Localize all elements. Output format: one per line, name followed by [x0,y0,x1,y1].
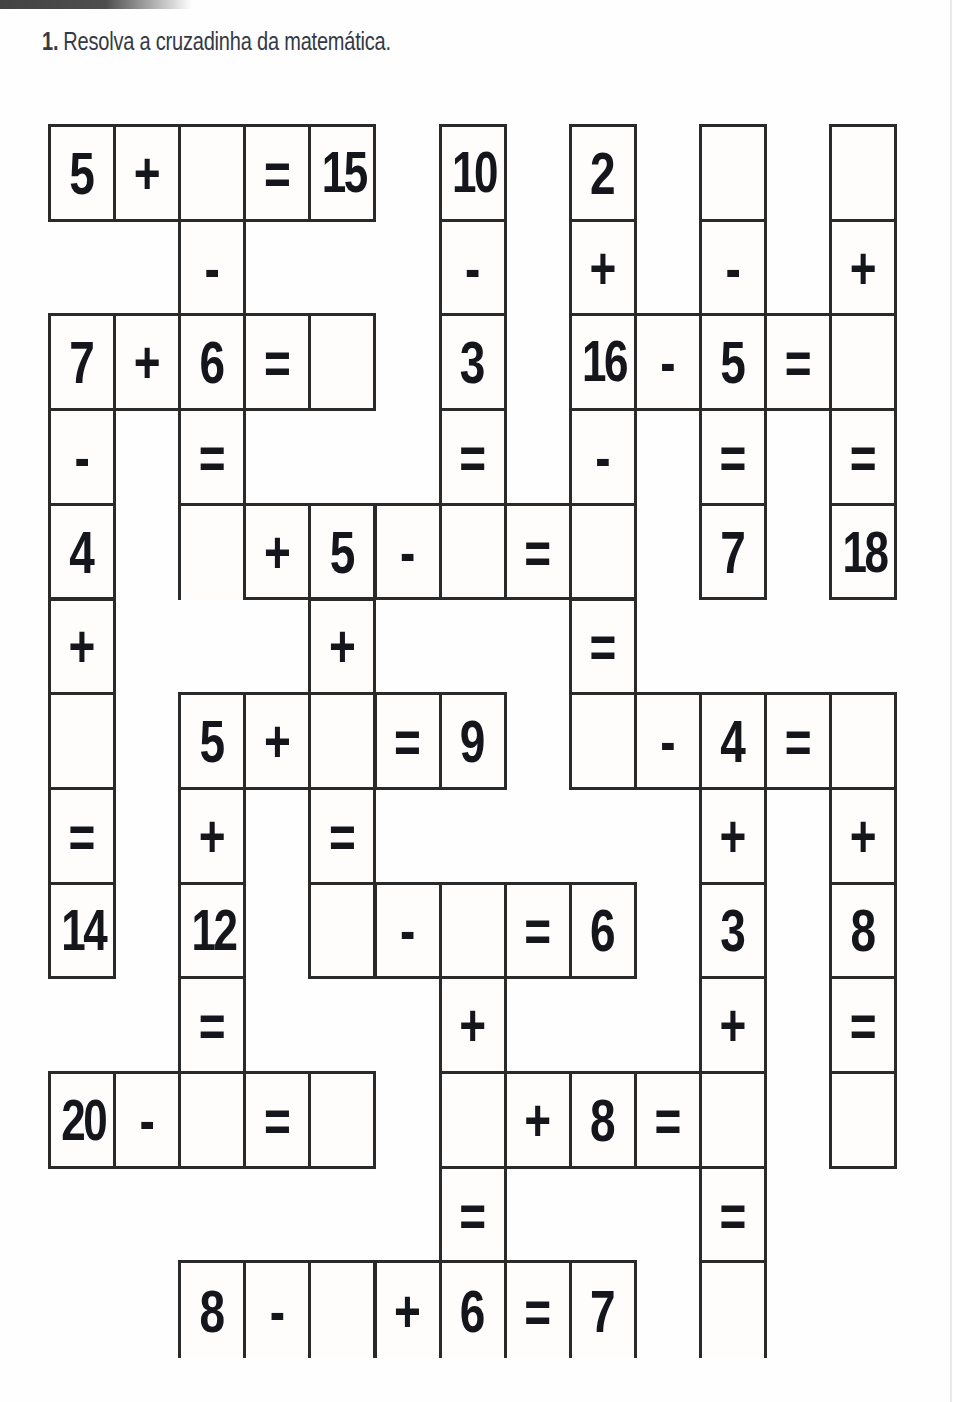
cell-value: 5 [199,711,225,771]
operator-cell: - [374,503,442,601]
operator-cell: + [504,1071,572,1169]
cell-value: 5 [69,143,95,203]
answer-cell[interactable] [308,313,376,411]
cell-value: - [270,1281,285,1341]
cell-value: - [74,427,89,487]
given-number-cell: 6 [178,313,246,411]
cell-value: 14 [61,902,105,959]
cell-value: 8 [590,1090,616,1150]
cell-value: 8 [199,1281,225,1341]
cell-value: + [134,143,161,203]
operator-cell: + [178,787,246,885]
operator-cell: = [504,882,572,980]
operator-cell: + [699,976,767,1074]
cell-value: + [394,1281,421,1341]
cell-value: 6 [199,332,225,392]
operator-cell: - [178,219,246,317]
given-number-cell: 5 [308,503,376,601]
answer-cell[interactable] [569,692,637,790]
operator-cell: - [439,219,507,317]
cell-value: = [264,332,291,392]
given-number-cell: 16 [569,313,637,411]
given-number-cell: 9 [439,692,507,790]
cell-value: = [655,1090,682,1150]
operator-cell: = [829,976,897,1074]
given-number-cell: 6 [439,1260,507,1358]
cell-value: 7 [69,332,95,392]
cell-value: = [459,1185,486,1245]
given-number-cell: 15 [308,124,376,222]
given-number-cell: 5 [699,313,767,411]
given-number-cell: 4 [699,692,767,790]
operator-cell: = [439,1166,507,1264]
answer-cell[interactable] [439,503,507,601]
operator-cell: = [829,408,897,506]
given-number-cell: 4 [48,503,116,601]
answer-cell[interactable] [48,692,116,790]
cell-value: 8 [850,901,876,961]
cell-value: = [589,616,616,676]
operator-cell: = [764,692,832,790]
cell-value: = [199,995,226,1055]
cell-value: + [134,332,161,392]
cell-value: + [720,995,747,1055]
given-number-cell: 7 [699,503,767,601]
cell-value: = [264,143,291,203]
cell-value: + [850,238,877,298]
operator-cell: = [243,1071,311,1169]
cell-value: + [524,1090,551,1150]
given-number-cell: 20 [48,1071,116,1169]
cell-value: + [329,616,356,676]
given-number-cell: 5 [48,124,116,222]
operator-cell: + [829,787,897,885]
cell-value: - [400,522,415,582]
operator-cell: + [374,1260,442,1358]
operator-cell: - [243,1260,311,1358]
cell-value: 3 [720,901,746,961]
answer-cell[interactable] [829,1071,897,1169]
cell-value: = [785,711,812,771]
cell-value: = [720,427,747,487]
operator-cell: = [569,598,637,696]
answer-cell[interactable] [178,1071,246,1169]
cell-value: = [394,711,421,771]
cell-value: = [720,1185,747,1245]
given-number-cell: 12 [178,882,246,980]
cell-value: + [589,238,616,298]
answer-cell[interactable] [829,692,897,790]
cell-value: 5 [720,332,746,392]
cell-value: = [264,1090,291,1150]
cell-value: = [850,427,877,487]
cell-value: 6 [460,1281,486,1341]
cell-value: 18 [843,523,887,580]
operator-cell: + [113,124,181,222]
math-crossword-grid: 5+=15102--+-+7+6=316-5=-==-==4+5-=718++=… [0,0,953,1402]
operator-cell: + [113,313,181,411]
answer-cell[interactable] [308,692,376,790]
cell-value: + [720,806,747,866]
operator-cell: + [829,219,897,317]
cell-value: - [660,332,675,392]
cell-value: = [459,427,486,487]
given-number-cell: 10 [439,124,507,222]
cell-value: 6 [590,901,616,961]
operator-cell: - [634,692,702,790]
operator-cell: = [439,408,507,506]
operator-cell: = [699,408,767,506]
operator-cell: = [178,976,246,1074]
cell-value: = [785,332,812,392]
operator-cell: + [569,219,637,317]
operator-cell: = [178,408,246,506]
operator-cell: - [113,1071,181,1169]
cell-value: 9 [460,711,486,771]
cell-value: + [850,806,877,866]
cell-value: - [725,238,740,298]
operator-cell: - [48,408,116,506]
cell-value: 7 [590,1281,616,1341]
cell-value: + [459,995,486,1055]
given-number-cell: 6 [569,882,637,980]
operator-cell: = [48,787,116,885]
answer-cell[interactable] [569,503,637,601]
cell-value: 7 [720,522,746,582]
operator-cell: = [308,787,376,885]
cell-value: 15 [322,144,366,201]
cell-value: 5 [330,522,356,582]
answer-cell[interactable] [439,882,507,980]
answer-cell[interactable] [699,1260,767,1358]
cell-value: = [850,995,877,1055]
given-number-cell: 8 [829,882,897,980]
given-number-cell: 5 [178,692,246,790]
answer-cell[interactable] [308,1260,376,1358]
operator-cell: - [569,408,637,506]
given-number-cell: 7 [569,1260,637,1358]
cell-value: + [69,616,96,676]
cell-value: - [205,238,220,298]
operator-cell: = [764,313,832,411]
answer-cell[interactable] [829,313,897,411]
given-number-cell: 3 [699,882,767,980]
cell-value: = [524,1281,551,1341]
cell-value: + [264,711,291,771]
cell-value: = [199,427,226,487]
cell-value: = [524,901,551,961]
worksheet-page: 1.Resolva a cruzadinha da matemática. 5+… [0,0,953,1402]
given-number-cell: 2 [569,124,637,222]
given-number-cell: 18 [829,503,897,601]
cell-value: 2 [590,143,616,203]
cell-value: + [264,522,291,582]
cell-value: - [660,711,675,771]
operator-cell: + [308,598,376,696]
operator-cell: + [48,598,116,696]
operator-cell: + [439,976,507,1074]
answer-cell[interactable] [699,124,767,222]
cell-value: 16 [582,334,626,391]
cell-value: - [465,238,480,298]
cell-value: - [139,1090,154,1150]
given-number-cell: 14 [48,882,116,980]
cell-value: 4 [720,711,746,771]
answer-cell[interactable] [308,1071,376,1169]
operator-cell: = [699,1166,767,1264]
cell-value: 12 [192,902,236,959]
answer-cell[interactable] [439,1071,507,1169]
operator-cell: = [504,503,572,601]
given-number-cell: 8 [569,1071,637,1169]
operator-cell: + [243,503,311,601]
answer-cell[interactable] [178,124,246,222]
cell-value: 10 [452,144,496,201]
cell-value: 4 [69,522,95,582]
operator-cell: + [699,787,767,885]
cell-value: = [69,806,96,866]
cell-value: 20 [61,1091,105,1148]
given-number-cell: 3 [439,313,507,411]
operator-cell: = [634,1071,702,1169]
given-number-cell: 7 [48,313,116,411]
operator-cell: - [374,882,442,980]
cell-value: = [524,522,551,582]
answer-cell[interactable] [829,124,897,222]
operator-cell: + [243,692,311,790]
answer-cell[interactable] [699,1071,767,1169]
cell-value: = [329,806,356,866]
cell-value: 3 [460,332,486,392]
given-number-cell: 8 [178,1260,246,1358]
cell-value: + [199,806,226,866]
operator-cell: = [374,692,442,790]
operator-cell: = [504,1260,572,1358]
operator-cell: = [243,124,311,222]
operator-cell: - [634,313,702,411]
cell-value: - [400,901,415,961]
cell-value: - [595,427,610,487]
answer-cell[interactable] [178,503,246,601]
answer-cell[interactable] [308,882,376,980]
operator-cell: - [699,219,767,317]
operator-cell: = [243,313,311,411]
